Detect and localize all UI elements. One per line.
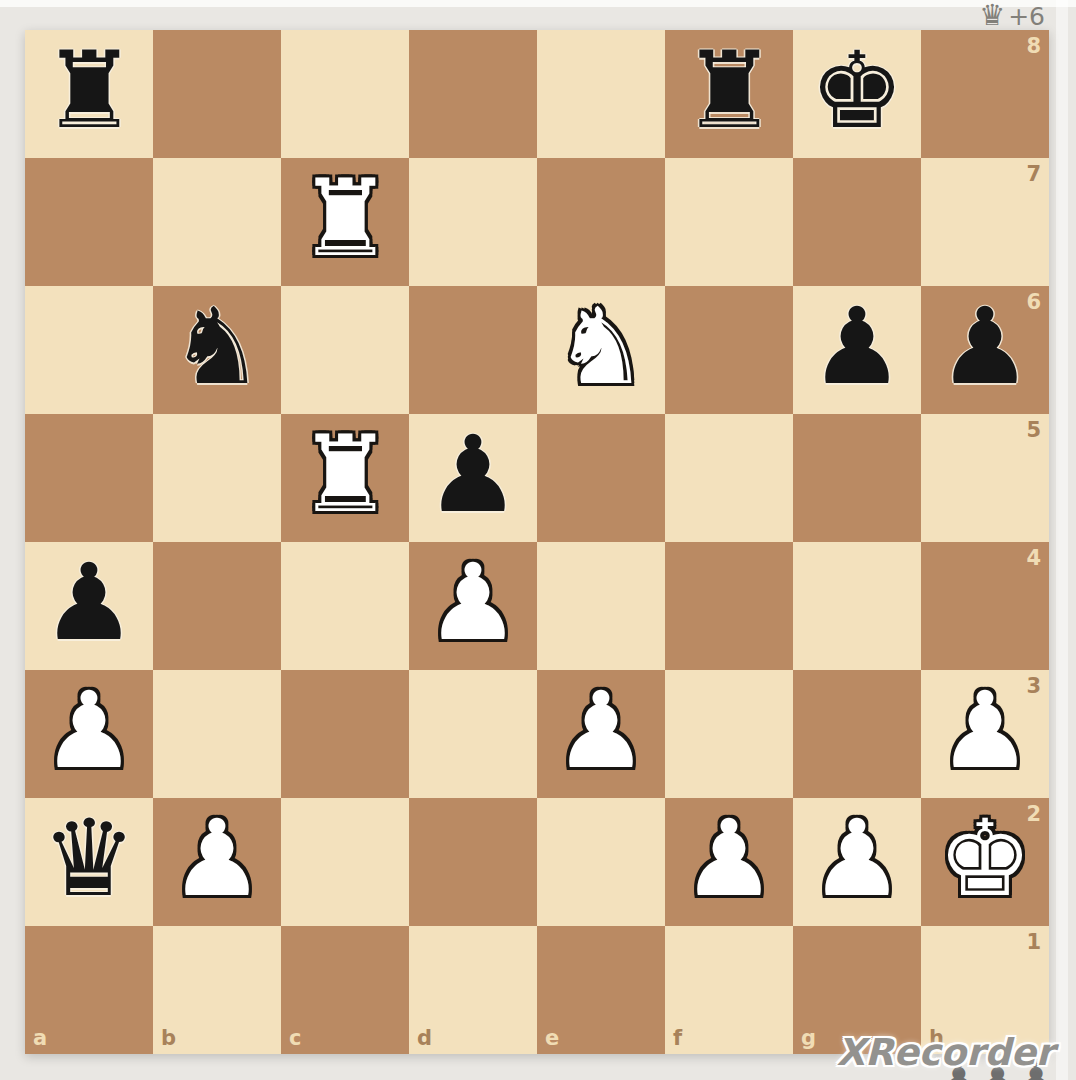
square-c4[interactable] (281, 542, 409, 670)
square-c8[interactable] (281, 30, 409, 158)
square-h5[interactable]: 5 (921, 414, 1049, 542)
square-f7[interactable] (665, 158, 793, 286)
xrecorder-watermark: XRecorder (836, 1034, 1054, 1071)
piece-black-knight[interactable]: ♞ (169, 294, 264, 400)
square-h7[interactable]: 7 (921, 158, 1049, 286)
square-e1[interactable]: e (537, 926, 665, 1054)
piece-black-king[interactable]: ♚ (809, 38, 904, 144)
square-e2[interactable] (537, 798, 665, 926)
square-b7[interactable] (153, 158, 281, 286)
square-b4[interactable] (153, 542, 281, 670)
square-c6[interactable] (281, 286, 409, 414)
piece-white-knight[interactable]: ♞ (553, 294, 648, 400)
square-h8[interactable]: 8 (921, 30, 1049, 158)
square-a6[interactable] (25, 286, 153, 414)
piece-black-pawn[interactable]: ♟ (41, 550, 136, 656)
black-queen-icon: ♛ (979, 1, 1005, 30)
piece-white-pawn[interactable]: ♟ (553, 678, 648, 784)
square-h2[interactable]: ♚2 (921, 798, 1049, 926)
square-c3[interactable] (281, 670, 409, 798)
square-b8[interactable] (153, 30, 281, 158)
square-e5[interactable] (537, 414, 665, 542)
piece-white-pawn[interactable]: ♟ (41, 678, 136, 784)
square-d8[interactable] (409, 30, 537, 158)
square-h4[interactable]: 4 (921, 542, 1049, 670)
piece-white-pawn[interactable]: ♟ (681, 806, 776, 912)
square-e3[interactable]: ♟ (537, 670, 665, 798)
square-d7[interactable] (409, 158, 537, 286)
piece-black-pawn[interactable]: ♟ (937, 294, 1032, 400)
square-d1[interactable]: d (409, 926, 537, 1054)
square-f2[interactable]: ♟ (665, 798, 793, 926)
square-f5[interactable] (665, 414, 793, 542)
page: ♛ +6 ♜♜♚8♜7♞♞♟♟6♜♟5♟♟4♟♟♟3♛♟♟♟♚2abcdefg1… (0, 0, 1076, 1080)
rank-label-1: 1 (1026, 932, 1041, 953)
piece-black-rook[interactable]: ♜ (41, 38, 136, 144)
square-c5[interactable]: ♜ (281, 414, 409, 542)
square-g5[interactable] (793, 414, 921, 542)
piece-white-king[interactable]: ♚ (937, 806, 1032, 912)
file-label-a: a (33, 1028, 47, 1049)
square-g7[interactable] (793, 158, 921, 286)
rank-label-2: 2 (1026, 804, 1041, 825)
square-g3[interactable] (793, 670, 921, 798)
right-edge-highlight (1056, 0, 1068, 1080)
file-label-b: b (161, 1028, 176, 1049)
square-h6[interactable]: ♟6 (921, 286, 1049, 414)
material-advantage-indicator: ♛ +6 (979, 2, 1045, 31)
piece-white-rook[interactable]: ♜ (297, 422, 392, 528)
piece-white-rook[interactable]: ♜ (297, 166, 392, 272)
square-f3[interactable] (665, 670, 793, 798)
square-b2[interactable]: ♟ (153, 798, 281, 926)
square-g2[interactable]: ♟ (793, 798, 921, 926)
square-f6[interactable] (665, 286, 793, 414)
square-a5[interactable] (25, 414, 153, 542)
square-c2[interactable] (281, 798, 409, 926)
square-e4[interactable] (537, 542, 665, 670)
square-g6[interactable]: ♟ (793, 286, 921, 414)
piece-black-pawn[interactable]: ♟ (809, 294, 904, 400)
square-a7[interactable] (25, 158, 153, 286)
square-a8[interactable]: ♜ (25, 30, 153, 158)
square-d3[interactable] (409, 670, 537, 798)
square-g8[interactable]: ♚ (793, 30, 921, 158)
square-a4[interactable]: ♟ (25, 542, 153, 670)
piece-white-pawn[interactable]: ♟ (425, 550, 520, 656)
square-f4[interactable] (665, 542, 793, 670)
square-g4[interactable] (793, 542, 921, 670)
chess-board: ♜♜♚8♜7♞♞♟♟6♜♟5♟♟4♟♟♟3♛♟♟♟♚2abcdefg1h (25, 30, 1049, 1054)
file-label-c: c (289, 1028, 301, 1049)
square-d4[interactable]: ♟ (409, 542, 537, 670)
square-d5[interactable]: ♟ (409, 414, 537, 542)
file-label-d: d (417, 1028, 432, 1049)
rank-label-5: 5 (1026, 420, 1041, 441)
square-b6[interactable]: ♞ (153, 286, 281, 414)
file-label-f: f (673, 1028, 682, 1049)
square-f8[interactable]: ♜ (665, 30, 793, 158)
rank-label-6: 6 (1026, 292, 1041, 313)
square-e6[interactable]: ♞ (537, 286, 665, 414)
material-advantage-value: +6 (1008, 4, 1045, 29)
square-e8[interactable] (537, 30, 665, 158)
piece-black-pawn[interactable]: ♟ (425, 422, 520, 528)
rank-label-8: 8 (1026, 36, 1041, 57)
square-d6[interactable] (409, 286, 537, 414)
square-f1[interactable]: f (665, 926, 793, 1054)
square-c7[interactable]: ♜ (281, 158, 409, 286)
square-a2[interactable]: ♛ (25, 798, 153, 926)
piece-white-pawn[interactable]: ♟ (809, 806, 904, 912)
piece-white-pawn[interactable]: ♟ (169, 806, 264, 912)
piece-white-pawn[interactable]: ♟ (937, 678, 1032, 784)
rank-label-4: 4 (1026, 548, 1041, 569)
file-label-e: e (545, 1028, 559, 1049)
rank-label-7: 7 (1026, 164, 1041, 185)
square-h3[interactable]: ♟3 (921, 670, 1049, 798)
square-a3[interactable]: ♟ (25, 670, 153, 798)
rank-label-3: 3 (1026, 676, 1041, 697)
piece-black-rook[interactable]: ♜ (681, 38, 776, 144)
square-a1[interactable]: a (25, 926, 153, 1054)
square-c1[interactable]: c (281, 926, 409, 1054)
square-e7[interactable] (537, 158, 665, 286)
square-d2[interactable] (409, 798, 537, 926)
piece-black-queen[interactable]: ♛ (41, 806, 136, 912)
square-b1[interactable]: b (153, 926, 281, 1054)
square-b3[interactable] (153, 670, 281, 798)
top-strip (0, 0, 1076, 7)
file-label-g: g (801, 1028, 816, 1049)
square-b5[interactable] (153, 414, 281, 542)
